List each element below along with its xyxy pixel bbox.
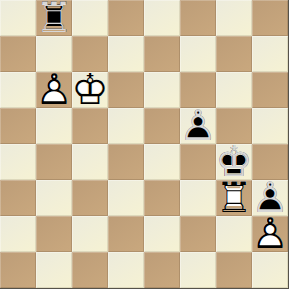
king-filled-glyph: ♚ xyxy=(216,144,252,180)
square-e1[interactable] xyxy=(144,252,180,288)
square-d3[interactable] xyxy=(108,180,144,216)
rook-filled-glyph: ♜ xyxy=(216,180,252,216)
square-f1[interactable] xyxy=(180,252,216,288)
square-c3[interactable] xyxy=(72,180,108,216)
square-a8[interactable] xyxy=(0,0,36,36)
square-c1[interactable] xyxy=(72,252,108,288)
square-c4[interactable] xyxy=(72,144,108,180)
square-e8[interactable] xyxy=(144,0,180,36)
white-pawn[interactable]: ♟♙ xyxy=(36,72,72,108)
white-rook[interactable]: ♜♖ xyxy=(216,180,252,216)
square-f7[interactable] xyxy=(180,36,216,72)
square-f6[interactable] xyxy=(180,72,216,108)
square-b1[interactable] xyxy=(36,252,72,288)
pawn-filled-glyph: ♟ xyxy=(180,108,216,144)
square-b5[interactable] xyxy=(36,108,72,144)
square-b7[interactable] xyxy=(36,36,72,72)
square-e3[interactable] xyxy=(144,180,180,216)
square-c2[interactable] xyxy=(72,216,108,252)
square-h3[interactable]: ♟♙ xyxy=(252,180,288,216)
square-d1[interactable] xyxy=(108,252,144,288)
square-b6[interactable]: ♟♙ xyxy=(36,72,72,108)
square-g1[interactable] xyxy=(216,252,252,288)
pawn-outline-glyph: ♙ xyxy=(252,180,288,216)
square-a5[interactable] xyxy=(0,108,36,144)
square-a6[interactable] xyxy=(0,72,36,108)
square-c7[interactable] xyxy=(72,36,108,72)
square-d7[interactable] xyxy=(108,36,144,72)
square-d6[interactable] xyxy=(108,72,144,108)
square-a1[interactable] xyxy=(0,252,36,288)
black-rook[interactable]: ♜♖ xyxy=(36,0,72,36)
pawn-filled-glyph: ♟ xyxy=(252,180,288,216)
square-h4[interactable] xyxy=(252,144,288,180)
square-c6[interactable]: ♚♔ xyxy=(72,72,108,108)
square-e7[interactable] xyxy=(144,36,180,72)
square-a4[interactable] xyxy=(0,144,36,180)
square-g8[interactable] xyxy=(216,0,252,36)
square-h7[interactable] xyxy=(252,36,288,72)
square-g6[interactable] xyxy=(216,72,252,108)
square-a7[interactable] xyxy=(0,36,36,72)
square-g7[interactable] xyxy=(216,36,252,72)
square-h6[interactable] xyxy=(252,72,288,108)
square-h2[interactable]: ♟♙ xyxy=(252,216,288,252)
square-f2[interactable] xyxy=(180,216,216,252)
square-f8[interactable] xyxy=(180,0,216,36)
square-e5[interactable] xyxy=(144,108,180,144)
square-d8[interactable] xyxy=(108,0,144,36)
square-f5[interactable]: ♟♙ xyxy=(180,108,216,144)
square-g2[interactable] xyxy=(216,216,252,252)
square-e4[interactable] xyxy=(144,144,180,180)
square-d2[interactable] xyxy=(108,216,144,252)
rook-filled-glyph: ♜ xyxy=(36,0,72,36)
square-e6[interactable] xyxy=(144,72,180,108)
square-f3[interactable] xyxy=(180,180,216,216)
square-g4[interactable]: ♚♔ xyxy=(216,144,252,180)
pawn-outline-glyph: ♙ xyxy=(180,108,216,144)
square-g5[interactable] xyxy=(216,108,252,144)
black-pawn[interactable]: ♟♙ xyxy=(180,108,216,144)
king-outline-glyph: ♔ xyxy=(72,72,108,108)
square-h5[interactable] xyxy=(252,108,288,144)
white-king[interactable]: ♚♔ xyxy=(72,72,108,108)
pawn-filled-glyph: ♟ xyxy=(36,72,72,108)
square-e2[interactable] xyxy=(144,216,180,252)
black-pawn[interactable]: ♟♙ xyxy=(252,180,288,216)
square-h1[interactable] xyxy=(252,252,288,288)
square-c8[interactable] xyxy=(72,0,108,36)
square-g3[interactable]: ♜♖ xyxy=(216,180,252,216)
square-b3[interactable] xyxy=(36,180,72,216)
black-king[interactable]: ♚♔ xyxy=(216,144,252,180)
pawn-filled-glyph: ♟ xyxy=(252,216,288,252)
king-filled-glyph: ♚ xyxy=(72,72,108,108)
square-d5[interactable] xyxy=(108,108,144,144)
chess-board-frame: ♜♖♟♙♚♔♟♙♚♔♜♖♟♙♟♙ xyxy=(0,0,289,289)
square-h8[interactable] xyxy=(252,0,288,36)
white-pawn[interactable]: ♟♙ xyxy=(252,216,288,252)
rook-outline-glyph: ♖ xyxy=(36,0,72,36)
square-c5[interactable] xyxy=(72,108,108,144)
pawn-outline-glyph: ♙ xyxy=(252,216,288,252)
square-a3[interactable] xyxy=(0,180,36,216)
square-b4[interactable] xyxy=(36,144,72,180)
square-f4[interactable] xyxy=(180,144,216,180)
chess-board: ♜♖♟♙♚♔♟♙♚♔♜♖♟♙♟♙ xyxy=(0,0,288,288)
square-b8[interactable]: ♜♖ xyxy=(36,0,72,36)
square-d4[interactable] xyxy=(108,144,144,180)
king-outline-glyph: ♔ xyxy=(216,144,252,180)
pawn-outline-glyph: ♙ xyxy=(36,72,72,108)
square-b2[interactable] xyxy=(36,216,72,252)
rook-outline-glyph: ♖ xyxy=(216,180,252,216)
square-a2[interactable] xyxy=(0,216,36,252)
